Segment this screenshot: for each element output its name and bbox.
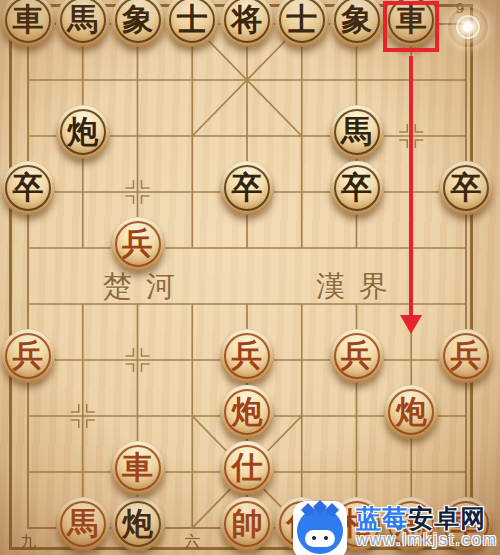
piece-black-cannon[interactable]: 炮 [56, 105, 110, 159]
piece-red-soldier[interactable]: 兵 [439, 329, 493, 383]
piece-red-soldier[interactable]: 兵 [330, 329, 384, 383]
watermark-url: www.lmkjst.com [356, 532, 498, 549]
piece-black-soldier[interactable]: 卒 [330, 161, 384, 215]
watermark-brand-text: 蓝莓安卓网 [356, 505, 498, 531]
piece-red-cannon[interactable]: 炮 [384, 385, 438, 439]
blueberry-android-mascot-icon [297, 508, 343, 554]
piece-red-chariot[interactable]: 車 [111, 441, 165, 495]
piece-red-advisor[interactable]: 仕 [220, 441, 274, 495]
mascot-face [305, 530, 335, 547]
xiangqi-app-screen: 123456789 九八七六五四三二一 楚河 漢界 車馬象士将士象車炮馬卒卒卒卒… [0, 0, 500, 555]
piece-black-soldier[interactable]: 卒 [220, 161, 274, 215]
piece-red-soldier[interactable]: 兵 [1, 329, 55, 383]
watermark: 蓝莓安卓网 www.lmkjst.com [293, 501, 498, 555]
piece-black-soldier[interactable]: 卒 [439, 161, 493, 215]
piece-red-soldier[interactable]: 兵 [111, 217, 165, 271]
piece-red-general[interactable]: 帥 [220, 497, 274, 551]
piece-black-cannon[interactable]: 炮 [111, 497, 165, 551]
piece-black-soldier[interactable]: 卒 [1, 161, 55, 215]
piece-red-soldier[interactable]: 兵 [220, 329, 274, 383]
watermark-logo-tile [293, 501, 347, 555]
piece-red-horse[interactable]: 馬 [56, 497, 110, 551]
piece-black-horse[interactable]: 馬 [330, 105, 384, 159]
piece-red-cannon[interactable]: 炮 [220, 385, 274, 439]
